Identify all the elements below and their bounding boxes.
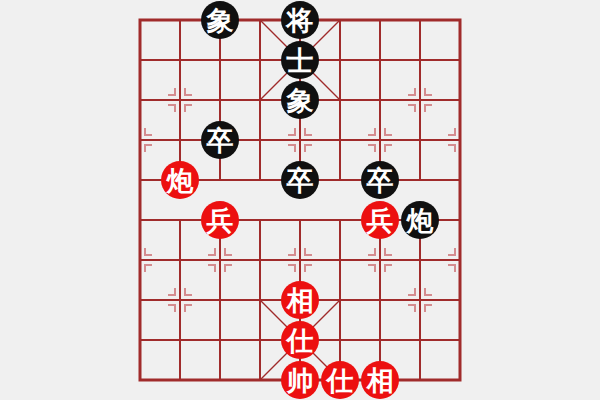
piece-black-advisor[interactable]: 士 bbox=[280, 40, 320, 80]
piece-glyph: 帅 bbox=[281, 361, 319, 399]
piece-black-pawn[interactable]: 卒 bbox=[360, 160, 400, 200]
piece-red-advisor[interactable]: 仕 bbox=[320, 360, 360, 400]
xiangqi-board: 象将士象卒卒卒炮兵兵炮相仕帅仕相 bbox=[0, 0, 600, 400]
piece-glyph: 相 bbox=[281, 281, 319, 319]
piece-glyph: 卒 bbox=[281, 161, 319, 199]
piece-glyph: 卒 bbox=[201, 121, 239, 159]
piece-black-pawn[interactable]: 卒 bbox=[280, 160, 320, 200]
piece-black-pawn[interactable]: 卒 bbox=[200, 120, 240, 160]
piece-red-elephant[interactable]: 相 bbox=[360, 360, 400, 400]
piece-glyph: 仕 bbox=[321, 361, 359, 399]
piece-glyph: 卒 bbox=[361, 161, 399, 199]
piece-red-pawn[interactable]: 兵 bbox=[360, 200, 400, 240]
piece-glyph: 相 bbox=[361, 361, 399, 399]
piece-glyph: 象 bbox=[281, 81, 319, 119]
piece-glyph: 炮 bbox=[161, 161, 199, 199]
piece-red-elephant[interactable]: 相 bbox=[280, 280, 320, 320]
piece-glyph: 象 bbox=[201, 1, 239, 39]
pieces-layer: 象将士象卒卒卒炮兵兵炮相仕帅仕相 bbox=[120, 0, 480, 400]
piece-glyph: 仕 bbox=[281, 321, 319, 359]
piece-red-general[interactable]: 帅 bbox=[280, 360, 320, 400]
piece-black-general[interactable]: 将 bbox=[280, 0, 320, 40]
piece-black-elephant[interactable]: 象 bbox=[280, 80, 320, 120]
piece-black-cannon[interactable]: 炮 bbox=[400, 200, 440, 240]
piece-glyph: 兵 bbox=[201, 201, 239, 239]
piece-glyph: 将 bbox=[281, 1, 319, 39]
piece-glyph: 炮 bbox=[401, 201, 439, 239]
piece-glyph: 士 bbox=[281, 41, 319, 79]
piece-red-pawn[interactable]: 兵 bbox=[200, 200, 240, 240]
piece-red-advisor[interactable]: 仕 bbox=[280, 320, 320, 360]
piece-red-cannon[interactable]: 炮 bbox=[160, 160, 200, 200]
piece-glyph: 兵 bbox=[361, 201, 399, 239]
piece-black-elephant[interactable]: 象 bbox=[200, 0, 240, 40]
